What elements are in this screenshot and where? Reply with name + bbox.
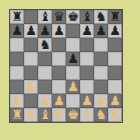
square-d2[interactable]: ♟ bbox=[52, 94, 66, 108]
square-f2[interactable]: ♟ bbox=[80, 94, 94, 108]
square-c8[interactable]: ♝ bbox=[38, 10, 52, 24]
square-f8[interactable]: ♝ bbox=[80, 10, 94, 24]
square-e1[interactable]: ♚ bbox=[66, 108, 80, 122]
square-h5[interactable] bbox=[108, 52, 122, 66]
piece-black-pawn[interactable]: ♟ bbox=[25, 24, 37, 38]
square-d8[interactable]: ♛ bbox=[52, 10, 66, 24]
piece-white-pawn[interactable]: ♟ bbox=[53, 94, 65, 108]
piece-black-pawn[interactable]: ♟ bbox=[39, 24, 51, 38]
square-h6[interactable] bbox=[108, 38, 122, 52]
square-b1[interactable]: ♞ bbox=[24, 108, 38, 122]
square-h2[interactable]: ♟ bbox=[108, 94, 122, 108]
square-c7[interactable]: ♟ bbox=[38, 24, 52, 38]
piece-black-pawn[interactable]: ♟ bbox=[67, 52, 79, 66]
piece-white-pawn[interactable]: ♟ bbox=[11, 94, 23, 108]
piece-white-bishop[interactable]: ♝ bbox=[81, 108, 93, 122]
piece-black-pawn[interactable]: ♟ bbox=[81, 24, 93, 38]
square-a3[interactable] bbox=[10, 80, 24, 94]
square-a5[interactable] bbox=[10, 52, 24, 66]
square-a8[interactable]: ♜ bbox=[10, 10, 24, 24]
piece-white-bishop[interactable]: ♝ bbox=[39, 108, 51, 122]
square-f6[interactable] bbox=[80, 38, 94, 52]
chess-board: ♜♝♛♚♝♞♜♟♟♟♟♟♟♟♞♟♟♟♟♟♟♟♟♟♜♞♝♛♚♝♞♜ bbox=[9, 9, 123, 123]
square-a6[interactable] bbox=[10, 38, 24, 52]
square-f7[interactable]: ♟ bbox=[80, 24, 94, 38]
piece-black-rook[interactable]: ♜ bbox=[11, 10, 23, 24]
piece-white-king[interactable]: ♚ bbox=[67, 108, 79, 122]
square-f5[interactable] bbox=[80, 52, 94, 66]
square-e6[interactable] bbox=[66, 38, 80, 52]
piece-black-knight[interactable]: ♞ bbox=[39, 38, 51, 52]
square-e3[interactable]: ♟ bbox=[66, 80, 80, 94]
square-g2[interactable]: ♟ bbox=[94, 94, 108, 108]
square-d1[interactable]: ♛ bbox=[52, 108, 66, 122]
square-a2[interactable]: ♟ bbox=[10, 94, 24, 108]
piece-white-pawn[interactable]: ♟ bbox=[25, 80, 37, 94]
square-e7[interactable] bbox=[66, 24, 80, 38]
square-b4[interactable] bbox=[24, 66, 38, 80]
square-d4[interactable] bbox=[52, 66, 66, 80]
square-f1[interactable]: ♝ bbox=[80, 108, 94, 122]
piece-white-pawn[interactable]: ♟ bbox=[39, 94, 51, 108]
square-c3[interactable] bbox=[38, 80, 52, 94]
piece-black-rook[interactable]: ♜ bbox=[109, 10, 121, 24]
square-c2[interactable]: ♟ bbox=[38, 94, 52, 108]
square-e5[interactable]: ♟ bbox=[66, 52, 80, 66]
piece-black-bishop[interactable]: ♝ bbox=[81, 10, 93, 24]
piece-white-queen[interactable]: ♛ bbox=[53, 108, 65, 122]
square-e8[interactable]: ♚ bbox=[66, 10, 80, 24]
piece-white-rook[interactable]: ♜ bbox=[109, 108, 121, 122]
square-g5[interactable] bbox=[94, 52, 108, 66]
square-f4[interactable] bbox=[80, 66, 94, 80]
square-g3[interactable] bbox=[94, 80, 108, 94]
square-c5[interactable] bbox=[38, 52, 52, 66]
piece-white-rook[interactable]: ♜ bbox=[11, 108, 23, 122]
piece-white-pawn[interactable]: ♟ bbox=[95, 94, 107, 108]
square-h4[interactable] bbox=[108, 66, 122, 80]
piece-black-pawn[interactable]: ♟ bbox=[53, 24, 65, 38]
piece-white-knight[interactable]: ♞ bbox=[95, 108, 107, 122]
square-b5[interactable] bbox=[24, 52, 38, 66]
square-g8[interactable]: ♞ bbox=[94, 10, 108, 24]
square-c4[interactable] bbox=[38, 66, 52, 80]
square-d7[interactable]: ♟ bbox=[52, 24, 66, 38]
piece-black-pawn[interactable]: ♟ bbox=[11, 24, 23, 38]
square-b8[interactable] bbox=[24, 10, 38, 24]
square-b6[interactable] bbox=[24, 38, 38, 52]
square-c1[interactable]: ♝ bbox=[38, 108, 52, 122]
square-e4[interactable] bbox=[66, 66, 80, 80]
chess-app: ♜♝♛♚♝♞♜♟♟♟♟♟♟♟♞♟♟♟♟♟♟♟♟♟♜♞♝♛♚♝♞♜ bbox=[0, 0, 140, 140]
square-a1[interactable]: ♜ bbox=[10, 108, 24, 122]
piece-white-pawn[interactable]: ♟ bbox=[109, 94, 121, 108]
piece-white-pawn[interactable]: ♟ bbox=[67, 80, 79, 94]
square-h3[interactable] bbox=[108, 80, 122, 94]
piece-black-king[interactable]: ♚ bbox=[67, 10, 79, 24]
square-d3[interactable] bbox=[52, 80, 66, 94]
square-f3[interactable] bbox=[80, 80, 94, 94]
piece-white-knight[interactable]: ♞ bbox=[25, 108, 37, 122]
piece-black-pawn[interactable]: ♟ bbox=[95, 24, 107, 38]
piece-black-bishop[interactable]: ♝ bbox=[39, 10, 51, 24]
square-c6[interactable]: ♞ bbox=[38, 38, 52, 52]
square-d6[interactable] bbox=[52, 38, 66, 52]
square-g7[interactable]: ♟ bbox=[94, 24, 108, 38]
piece-white-pawn[interactable]: ♟ bbox=[81, 94, 93, 108]
square-a7[interactable]: ♟ bbox=[10, 24, 24, 38]
square-h7[interactable]: ♟ bbox=[108, 24, 122, 38]
square-e2[interactable] bbox=[66, 94, 80, 108]
piece-black-pawn[interactable]: ♟ bbox=[109, 24, 121, 38]
square-g4[interactable] bbox=[94, 66, 108, 80]
piece-black-queen[interactable]: ♛ bbox=[53, 10, 65, 24]
square-b2[interactable] bbox=[24, 94, 38, 108]
square-b3[interactable]: ♟ bbox=[24, 80, 38, 94]
square-h1[interactable]: ♜ bbox=[108, 108, 122, 122]
square-g6[interactable] bbox=[94, 38, 108, 52]
square-g1[interactable]: ♞ bbox=[94, 108, 108, 122]
square-h8[interactable]: ♜ bbox=[108, 10, 122, 24]
square-a4[interactable] bbox=[10, 66, 24, 80]
square-b7[interactable]: ♟ bbox=[24, 24, 38, 38]
piece-black-knight[interactable]: ♞ bbox=[95, 10, 107, 24]
square-d5[interactable] bbox=[52, 52, 66, 66]
